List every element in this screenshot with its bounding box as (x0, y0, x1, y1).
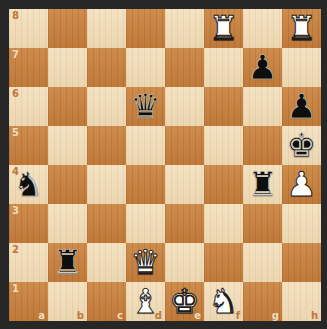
rank-label-1: 1 (12, 283, 19, 294)
square-f2[interactable] (204, 243, 243, 282)
square-f8[interactable]: ♜ (204, 9, 243, 48)
square-b3[interactable] (48, 204, 87, 243)
rank-label-7: 7 (12, 49, 19, 60)
square-a8[interactable]: 8 (9, 9, 48, 48)
file-label-c: c (117, 310, 123, 321)
square-g8[interactable] (243, 9, 282, 48)
square-e7[interactable] (165, 48, 204, 87)
square-f5[interactable] (204, 126, 243, 165)
square-h4[interactable]: ♟ (282, 165, 321, 204)
square-b1[interactable]: b (48, 282, 87, 321)
square-f7[interactable] (204, 48, 243, 87)
square-g5[interactable] (243, 126, 282, 165)
square-a2[interactable]: 2 (9, 243, 48, 282)
square-e4[interactable] (165, 165, 204, 204)
piece-black-pawn[interactable]: ♟ (282, 87, 321, 126)
piece-black-rook[interactable]: ♜ (48, 243, 87, 282)
square-f1[interactable]: f♞ (204, 282, 243, 321)
square-a5[interactable]: 5 (9, 126, 48, 165)
square-b2[interactable]: ♜ (48, 243, 87, 282)
square-a1[interactable]: 1a (9, 282, 48, 321)
square-e6[interactable] (165, 87, 204, 126)
square-f4[interactable] (204, 165, 243, 204)
square-d3[interactable] (126, 204, 165, 243)
square-d7[interactable] (126, 48, 165, 87)
square-h1[interactable]: h (282, 282, 321, 321)
piece-white-king[interactable]: ♚ (165, 282, 204, 321)
square-c7[interactable] (87, 48, 126, 87)
file-label-a: a (38, 310, 45, 321)
square-e2[interactable] (165, 243, 204, 282)
square-g2[interactable] (243, 243, 282, 282)
piece-black-king[interactable]: ♚ (282, 126, 321, 165)
square-c2[interactable] (87, 243, 126, 282)
square-a3[interactable]: 3 (9, 204, 48, 243)
square-d5[interactable] (126, 126, 165, 165)
piece-black-pawn[interactable]: ♟ (243, 48, 282, 87)
square-d4[interactable] (126, 165, 165, 204)
square-a7[interactable]: 7 (9, 48, 48, 87)
rank-label-8: 8 (12, 10, 19, 21)
square-f3[interactable] (204, 204, 243, 243)
square-c8[interactable] (87, 9, 126, 48)
piece-black-knight[interactable]: ♞ (9, 165, 48, 204)
square-g6[interactable] (243, 87, 282, 126)
square-g1[interactable]: g (243, 282, 282, 321)
piece-white-bishop[interactable]: ♝ (126, 282, 165, 321)
piece-white-rook[interactable]: ♜ (204, 9, 243, 48)
square-c1[interactable]: c (87, 282, 126, 321)
square-f6[interactable] (204, 87, 243, 126)
rank-label-5: 5 (12, 127, 19, 138)
square-c4[interactable] (87, 165, 126, 204)
square-b6[interactable] (48, 87, 87, 126)
square-c6[interactable] (87, 87, 126, 126)
piece-black-queen[interactable]: ♛ (126, 87, 165, 126)
file-label-b: b (77, 310, 84, 321)
square-h6[interactable]: ♟ (282, 87, 321, 126)
piece-white-queen[interactable]: ♛ (126, 243, 165, 282)
square-e5[interactable] (165, 126, 204, 165)
rank-label-2: 2 (12, 244, 19, 255)
square-h3[interactable] (282, 204, 321, 243)
square-d2[interactable]: ♛ (126, 243, 165, 282)
square-g4[interactable]: ♜ (243, 165, 282, 204)
square-h2[interactable] (282, 243, 321, 282)
square-e8[interactable] (165, 9, 204, 48)
square-b5[interactable] (48, 126, 87, 165)
square-g7[interactable]: ♟ (243, 48, 282, 87)
square-c5[interactable] (87, 126, 126, 165)
square-d6[interactable]: ♛ (126, 87, 165, 126)
square-c3[interactable] (87, 204, 126, 243)
square-d8[interactable] (126, 9, 165, 48)
square-a4[interactable]: 4♞ (9, 165, 48, 204)
rank-label-3: 3 (12, 205, 19, 216)
rank-label-6: 6 (12, 88, 19, 99)
square-b4[interactable] (48, 165, 87, 204)
piece-white-rook[interactable]: ♜ (282, 9, 321, 48)
piece-black-rook[interactable]: ♜ (243, 165, 282, 204)
square-h7[interactable] (282, 48, 321, 87)
square-g3[interactable] (243, 204, 282, 243)
square-d1[interactable]: d♝ (126, 282, 165, 321)
square-a6[interactable]: 6 (9, 87, 48, 126)
file-label-h: h (311, 310, 318, 321)
square-e3[interactable] (165, 204, 204, 243)
square-b8[interactable] (48, 9, 87, 48)
piece-white-pawn[interactable]: ♟ (282, 165, 321, 204)
square-e1[interactable]: e♚ (165, 282, 204, 321)
file-label-g: g (272, 310, 279, 321)
chess-board: 8♜♜7♟6♛♟5♚4♞♜♟32♜♛1abcd♝e♚f♞gh (9, 9, 321, 321)
square-b7[interactable] (48, 48, 87, 87)
piece-white-knight[interactable]: ♞ (204, 282, 243, 321)
board-frame: 8♜♜7♟6♛♟5♚4♞♜♟32♜♛1abcd♝e♚f♞gh (0, 0, 327, 329)
square-h8[interactable]: ♜ (282, 9, 321, 48)
square-h5[interactable]: ♚ (282, 126, 321, 165)
